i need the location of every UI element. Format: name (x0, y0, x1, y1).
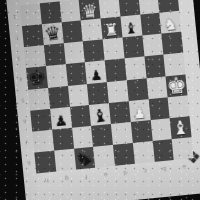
rank-label-8: 8 (27, 160, 31, 166)
square-e3 (83, 40, 105, 63)
square-g6: ♟ (50, 107, 72, 130)
square-f8: ♞ (74, 147, 96, 170)
square-g4 (46, 64, 68, 87)
square-g2: ♛ (42, 22, 64, 45)
file-label-d: d (123, 169, 127, 176)
square-h7 (32, 129, 54, 152)
square-e2 (81, 19, 103, 42)
square-d8 (113, 143, 135, 166)
square-h4: ♚ (26, 66, 48, 89)
white-pawn-c6: ♟ (132, 105, 147, 121)
square-a2: ♞ (160, 11, 182, 34)
square-c3 (122, 36, 144, 59)
square-f7 (72, 126, 94, 149)
square-g7 (52, 128, 74, 151)
square-d1 (98, 0, 120, 19)
square-d6 (109, 101, 131, 124)
white-rook-d2: ♜ (104, 22, 120, 40)
file-label-f: f (85, 173, 88, 180)
rank-label-5: 5 (21, 97, 25, 103)
black-bishop-c2: ♝ (124, 21, 139, 38)
square-b4 (144, 55, 166, 78)
square-b6 (148, 97, 170, 120)
black-queen-g2: ♛ (42, 24, 62, 46)
square-h2 (22, 24, 44, 47)
square-a7: ♝ (170, 116, 192, 139)
square-d4 (105, 59, 127, 82)
square-c8 (133, 141, 155, 164)
square-h8 (34, 151, 56, 174)
square-h3 (24, 45, 46, 68)
square-f2 (61, 21, 83, 44)
square-e1: ♛ (79, 0, 101, 21)
square-g8 (54, 149, 76, 172)
rank-label-6: 6 (23, 118, 27, 124)
black-king-h4: ♚ (27, 67, 47, 89)
square-e5 (87, 82, 109, 105)
square-d2: ♜ (101, 17, 123, 40)
square-h5 (28, 87, 50, 110)
square-d7 (111, 122, 133, 145)
rank-label-4: 4 (19, 76, 23, 82)
file-label-c: c (143, 167, 147, 174)
square-c4 (124, 57, 146, 80)
square-c7 (131, 120, 153, 143)
board-grid: ♛♛♜♝♞♚♟♚♟♝♟♝♞ (20, 0, 194, 173)
white-knight-a2: ♞ (163, 16, 179, 34)
square-a6 (168, 95, 190, 118)
square-f3 (63, 42, 85, 65)
square-b2 (140, 13, 162, 36)
rank-label-2: 2 (15, 34, 19, 40)
black-pawn-e4: ♟ (89, 68, 103, 83)
square-a3 (162, 32, 184, 55)
square-e4: ♟ (85, 61, 107, 84)
chess-board: ♛♛♜♝♞♚♟♚♟♝♟♝♞ 12345678 hgfedcba ❖ (6, 0, 200, 200)
square-b8 (152, 139, 174, 162)
rank-label-7: 7 (25, 139, 29, 145)
black-pawn-g6: ♟ (54, 113, 69, 129)
square-d5 (107, 80, 129, 103)
photo-chess-board: ♛♛♜♝♞♚♟♚♟♝♟♝♞ 12345678 hgfedcba ❖ (0, 0, 200, 200)
file-label-h: h (45, 177, 49, 184)
file-label-g: g (65, 175, 69, 182)
square-e6: ♝ (89, 103, 111, 126)
square-g5 (48, 86, 70, 109)
square-c2: ♝ (120, 15, 142, 38)
rank-label-1: 1 (13, 13, 17, 19)
square-f1 (59, 0, 81, 22)
square-c6: ♟ (128, 99, 150, 122)
square-d3 (103, 38, 125, 61)
square-f4 (65, 63, 87, 86)
square-g3 (44, 43, 66, 66)
black-bishop-e6: ♝ (91, 106, 110, 126)
square-b7 (150, 118, 172, 141)
square-g1 (40, 1, 62, 24)
file-label-b: b (162, 165, 166, 172)
rank-label-3: 3 (17, 55, 21, 61)
square-e7 (91, 124, 113, 147)
file-label-e: e (103, 171, 107, 178)
square-f6 (69, 105, 91, 128)
square-c5 (126, 78, 148, 101)
white-king-a5: ♚ (166, 73, 188, 97)
square-a4 (164, 53, 186, 76)
square-f5 (67, 84, 89, 107)
square-a5: ♚ (166, 74, 188, 97)
square-b3 (142, 34, 164, 57)
square-h1 (20, 3, 42, 26)
square-b5 (146, 76, 168, 99)
square-h6 (30, 108, 52, 131)
square-e8 (93, 145, 115, 168)
white-bishop-a7: ♝ (172, 119, 190, 139)
square-a8 (172, 137, 194, 160)
